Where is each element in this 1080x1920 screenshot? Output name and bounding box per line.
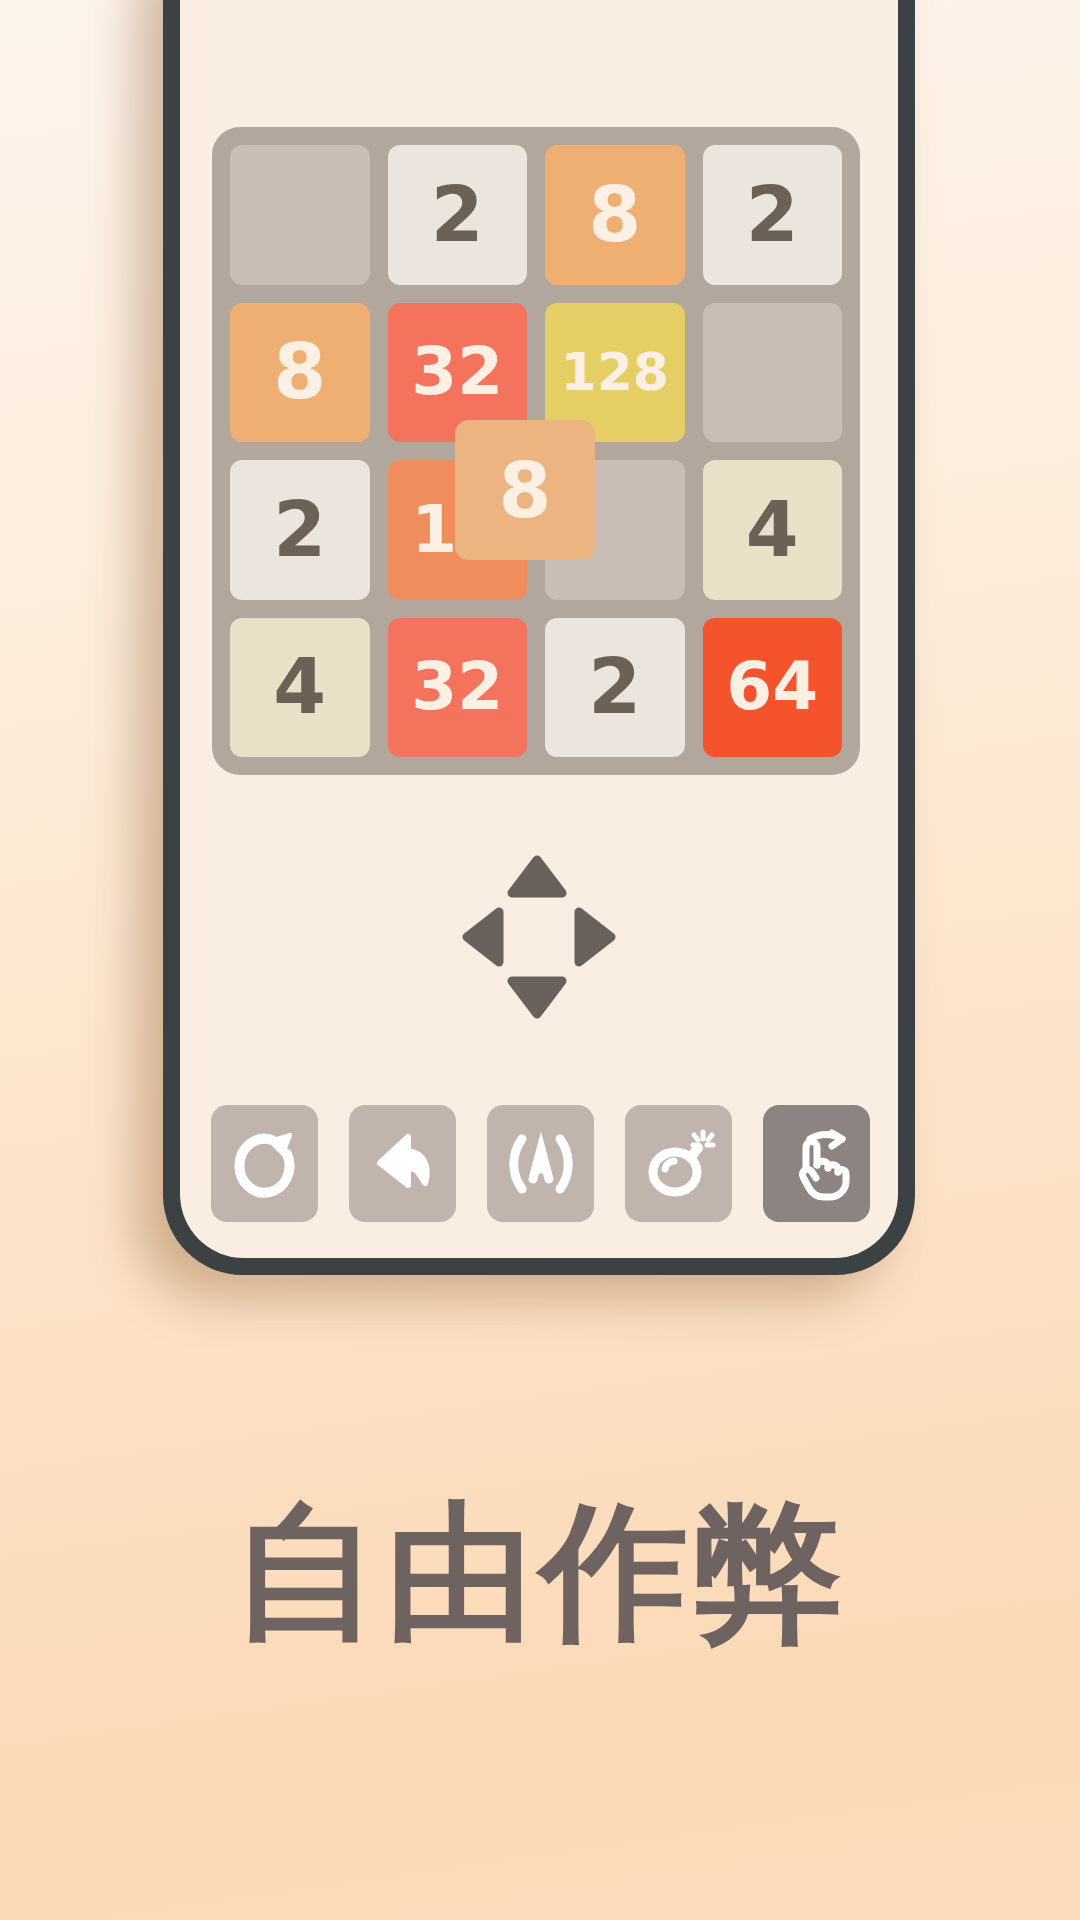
- dpad-right-arrow-icon[interactable]: [579, 912, 611, 962]
- tile-r3c3-value-64: 64: [703, 618, 843, 758]
- swipe-hand-icon: [780, 1125, 854, 1203]
- caption-text: 自由作弊: [0, 1498, 1080, 1646]
- tile-r0c1-value-2: 2: [388, 145, 528, 285]
- dpad-left-arrow-icon[interactable]: [467, 912, 499, 962]
- dpad: [458, 851, 622, 1023]
- bomb-icon: [641, 1126, 717, 1202]
- tile-r1c0-value-8: 8: [230, 303, 370, 443]
- dpad-down-arrow-icon[interactable]: [512, 981, 562, 1014]
- restart-button[interactable]: [211, 1105, 318, 1222]
- tile-r0c0-empty: [230, 145, 370, 285]
- undo-button[interactable]: [349, 1105, 456, 1222]
- tile-r2c3-value-4: 4: [703, 460, 843, 600]
- bomb-button[interactable]: [625, 1105, 732, 1222]
- dpad-up-arrow-icon[interactable]: [512, 860, 562, 893]
- tile-r2c0-value-2: 2: [230, 460, 370, 600]
- swipe-mode-button[interactable]: [763, 1105, 870, 1222]
- tile-r0c3-value-2: 2: [703, 145, 843, 285]
- tile-r0c2-value-8: 8: [545, 145, 685, 285]
- auto-move-button[interactable]: [487, 1105, 594, 1222]
- auto-a-icon: [505, 1127, 577, 1201]
- undo-arrow-icon: [368, 1127, 438, 1201]
- restart-icon: [230, 1127, 300, 1201]
- tile-r3c0-value-4: 4: [230, 618, 370, 758]
- toolbar: [211, 1105, 870, 1222]
- floating-tile-8: 8: [455, 420, 595, 560]
- tile-r1c3-empty: [703, 303, 843, 443]
- tile-r3c2-value-2: 2: [545, 618, 685, 758]
- tile-r3c1-value-32: 32: [388, 618, 528, 758]
